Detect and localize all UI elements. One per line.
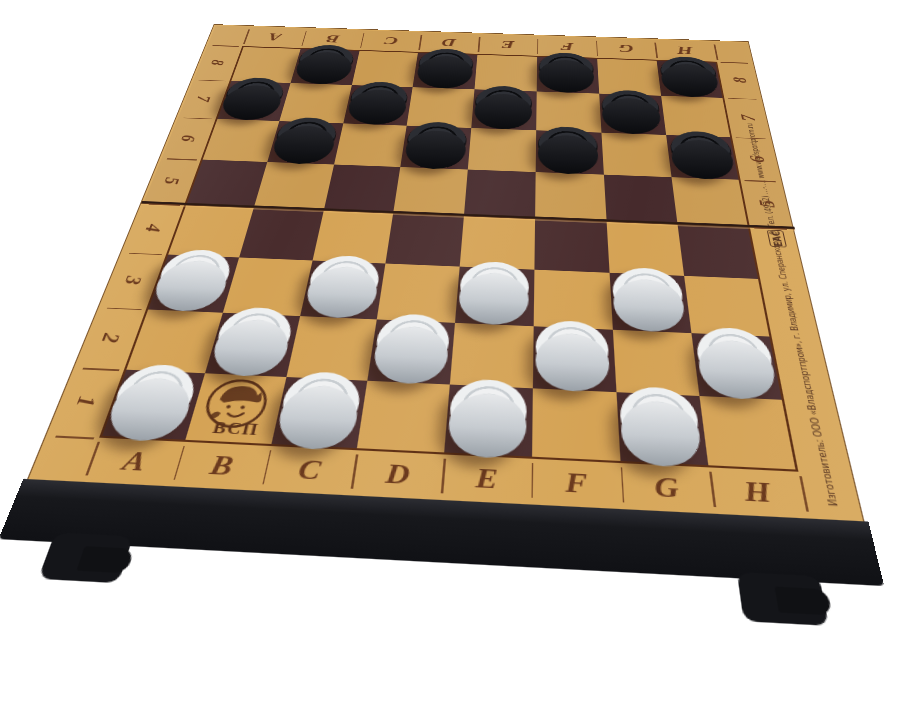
square-e2[interactable] — [450, 322, 534, 388]
file-label-bottom-H: H — [709, 472, 806, 514]
square-b5[interactable] — [254, 162, 334, 210]
square-f4[interactable] — [534, 219, 609, 273]
tick-left-2 — [183, 117, 212, 119]
rank-label-right-7: 7 — [714, 107, 783, 129]
rank-label-left-2: 2 — [65, 321, 155, 355]
square-g6[interactable] — [601, 132, 672, 177]
tick-left-1 — [198, 80, 226, 82]
tick-left-7 — [83, 368, 120, 371]
file-label-bottom-B: B — [173, 446, 270, 486]
rank-label-left-5: 5 — [133, 168, 209, 193]
square-e5[interactable] — [464, 170, 535, 219]
square-c2[interactable] — [286, 316, 377, 381]
tick-left-3 — [167, 158, 197, 160]
square-h4[interactable] — [678, 224, 760, 279]
square-d5[interactable] — [393, 167, 467, 216]
file-label-top-A: A — [243, 29, 306, 47]
file-label-bottom-E: E — [441, 459, 532, 500]
board-face: ВСП ЕАС Изготовитель: ООО «Владспортпром… — [27, 24, 865, 522]
piece-black-d8[interactable] — [416, 48, 474, 81]
rank-label-left-6: 6 — [152, 126, 225, 149]
square-f3[interactable] — [533, 269, 612, 329]
file-label-top-G: G — [596, 40, 657, 58]
rank-label-right-5: 5 — [730, 191, 806, 218]
square-d3[interactable] — [377, 263, 460, 322]
file-label-bottom-G: G — [620, 467, 714, 509]
brand-logo-text: ВСП — [211, 419, 261, 439]
file-label-bottom-D: D — [351, 454, 444, 495]
file-label-top-E: E — [478, 36, 538, 54]
tick-right-0 — [720, 62, 748, 64]
square-c5[interactable] — [323, 165, 400, 213]
square-f5[interactable] — [535, 172, 606, 221]
square-d4[interactable] — [386, 213, 464, 266]
tick-left-6 — [107, 307, 142, 310]
rank-label-left-4: 4 — [113, 214, 193, 242]
tick-left-0 — [212, 45, 239, 47]
file-label-bottom-F: F — [531, 463, 622, 505]
tick-right-1 — [728, 98, 757, 100]
scene: ВСП ЕАС Изготовитель: ООО «Владспортпром… — [0, 0, 900, 702]
square-d1[interactable] — [357, 381, 450, 455]
file-label-bottom-C: C — [261, 450, 356, 491]
square-c6[interactable] — [334, 123, 407, 167]
file-label-top-C: C — [360, 32, 421, 50]
square-g5[interactable] — [603, 175, 677, 224]
latch-left-icon — [38, 532, 133, 583]
piece-black-e7[interactable] — [474, 85, 533, 121]
rank-label-left-8: 8 — [184, 53, 250, 73]
square-g2[interactable] — [612, 329, 699, 396]
square-h1[interactable] — [700, 396, 799, 471]
square-b4[interactable] — [239, 207, 323, 260]
tick-left-5 — [129, 253, 162, 255]
file-label-bottom-A: A — [85, 442, 184, 482]
board-plane: ВСП ЕАС Изготовитель: ООО «Владспортпром… — [0, 24, 898, 658]
tick-left-8 — [55, 436, 94, 439]
latch-right-icon — [737, 572, 829, 626]
square-b7[interactable] — [279, 83, 351, 123]
square-e6[interactable] — [468, 128, 536, 173]
square-f1[interactable] — [532, 389, 620, 463]
